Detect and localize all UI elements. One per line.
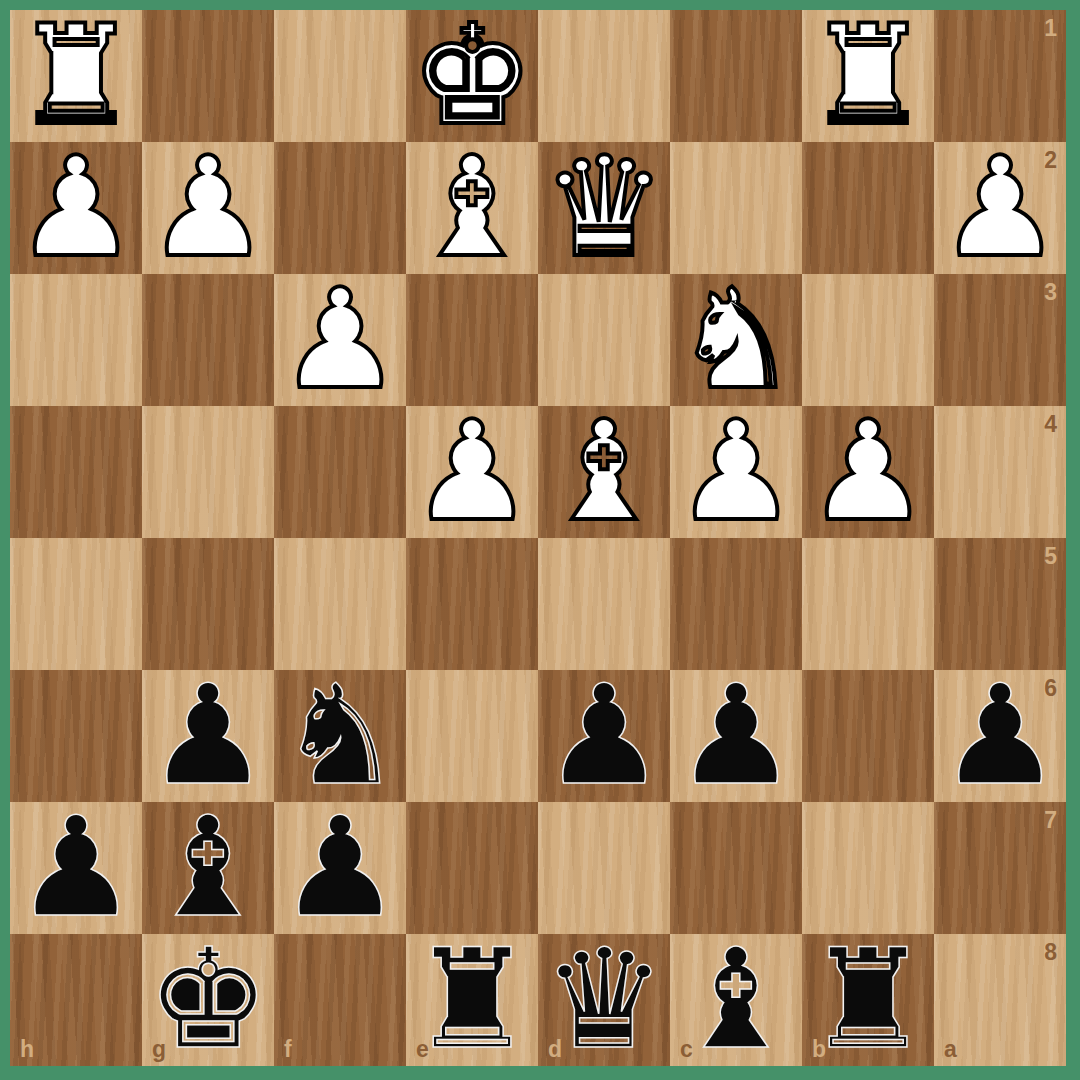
square-a8[interactable]: 8a <box>934 934 1066 1066</box>
square-h1[interactable]: ♜ <box>10 10 142 142</box>
square-h8[interactable]: h <box>10 934 142 1066</box>
white-pawn-piece[interactable]: ♟ <box>806 406 930 538</box>
square-h3[interactable] <box>10 274 142 406</box>
black-pawn-piece[interactable]: ♟ <box>278 802 402 934</box>
square-d3[interactable] <box>538 274 670 406</box>
black-pawn-piece[interactable]: ♟ <box>14 802 138 934</box>
square-g2[interactable]: ♟ <box>142 142 274 274</box>
black-pawn-piece[interactable]: ♟ <box>146 670 270 802</box>
square-e4[interactable]: ♟ <box>406 406 538 538</box>
square-e6[interactable] <box>406 670 538 802</box>
square-e8[interactable]: ♜e <box>406 934 538 1066</box>
white-queen-piece[interactable]: ♛ <box>542 142 666 274</box>
square-a4[interactable]: 4 <box>934 406 1066 538</box>
square-h4[interactable] <box>10 406 142 538</box>
rank-label-1: 1 <box>1044 17 1057 40</box>
square-d1[interactable] <box>538 10 670 142</box>
square-c4[interactable]: ♟ <box>670 406 802 538</box>
square-f8[interactable]: f <box>274 934 406 1066</box>
square-c7[interactable] <box>670 802 802 934</box>
square-h5[interactable] <box>10 538 142 670</box>
square-g4[interactable] <box>142 406 274 538</box>
square-g5[interactable] <box>142 538 274 670</box>
square-b7[interactable] <box>802 802 934 934</box>
square-d4[interactable]: ♝ <box>538 406 670 538</box>
board-frame: { "game": "chess", "board_theme": { "bor… <box>0 0 1080 1080</box>
square-b3[interactable] <box>802 274 934 406</box>
square-b6[interactable] <box>802 670 934 802</box>
white-knight-piece[interactable]: ♞ <box>674 274 798 406</box>
square-e7[interactable] <box>406 802 538 934</box>
rank-label-6: 6 <box>1044 677 1057 700</box>
black-pawn-piece[interactable]: ♟ <box>542 670 666 802</box>
square-g1[interactable] <box>142 10 274 142</box>
file-label-a: a <box>944 1038 957 1061</box>
black-bishop-piece[interactable]: ♝ <box>146 802 270 934</box>
white-pawn-piece[interactable]: ♟ <box>674 406 798 538</box>
square-f4[interactable] <box>274 406 406 538</box>
white-bishop-piece[interactable]: ♝ <box>542 406 666 538</box>
white-pawn-piece[interactable]: ♟ <box>410 406 534 538</box>
square-g7[interactable]: ♝ <box>142 802 274 934</box>
square-d2[interactable]: ♛ <box>538 142 670 274</box>
square-g8[interactable]: ♚g <box>142 934 274 1066</box>
white-pawn-piece[interactable]: ♟ <box>278 274 402 406</box>
square-e5[interactable] <box>406 538 538 670</box>
square-e1[interactable]: ♚ <box>406 10 538 142</box>
square-d7[interactable] <box>538 802 670 934</box>
square-f3[interactable]: ♟ <box>274 274 406 406</box>
file-label-g: g <box>152 1038 166 1061</box>
square-c5[interactable] <box>670 538 802 670</box>
square-c2[interactable] <box>670 142 802 274</box>
square-d5[interactable] <box>538 538 670 670</box>
file-label-e: e <box>416 1038 429 1061</box>
white-rook-piece[interactable]: ♜ <box>806 10 930 142</box>
square-a6[interactable]: ♟6 <box>934 670 1066 802</box>
rank-label-7: 7 <box>1044 809 1057 832</box>
rank-label-2: 2 <box>1044 149 1057 172</box>
rank-label-4: 4 <box>1044 413 1057 436</box>
square-c8[interactable]: ♝c <box>670 934 802 1066</box>
rank-label-5: 5 <box>1044 545 1057 568</box>
square-b1[interactable]: ♜ <box>802 10 934 142</box>
white-bishop-piece[interactable]: ♝ <box>410 142 534 274</box>
square-a5[interactable]: 5 <box>934 538 1066 670</box>
square-h6[interactable] <box>10 670 142 802</box>
square-f5[interactable] <box>274 538 406 670</box>
square-a7[interactable]: 7 <box>934 802 1066 934</box>
square-c6[interactable]: ♟ <box>670 670 802 802</box>
chess-board: ♜♚♜1♟♟♝♛♟2♟♞3♟♝♟♟45♟♞♟♟♟6♟♝♟7h♚gf♜e♛d♝c♜… <box>10 10 1066 1066</box>
file-label-c: c <box>680 1038 693 1061</box>
square-a3[interactable]: 3 <box>934 274 1066 406</box>
square-h7[interactable]: ♟ <box>10 802 142 934</box>
square-g6[interactable]: ♟ <box>142 670 274 802</box>
square-f1[interactable] <box>274 10 406 142</box>
file-label-f: f <box>284 1038 292 1061</box>
square-d8[interactable]: ♛d <box>538 934 670 1066</box>
square-a2[interactable]: ♟2 <box>934 142 1066 274</box>
square-c1[interactable] <box>670 10 802 142</box>
white-king-piece[interactable]: ♚ <box>410 10 534 142</box>
square-g3[interactable] <box>142 274 274 406</box>
square-b2[interactable] <box>802 142 934 274</box>
square-f2[interactable] <box>274 142 406 274</box>
square-f6[interactable]: ♞ <box>274 670 406 802</box>
square-d6[interactable]: ♟ <box>538 670 670 802</box>
square-b4[interactable]: ♟ <box>802 406 934 538</box>
square-b8[interactable]: ♜b <box>802 934 934 1066</box>
black-knight-piece[interactable]: ♞ <box>278 670 402 802</box>
square-e3[interactable] <box>406 274 538 406</box>
square-c3[interactable]: ♞ <box>670 274 802 406</box>
rank-label-3: 3 <box>1044 281 1057 304</box>
white-rook-piece[interactable]: ♜ <box>14 10 138 142</box>
square-f7[interactable]: ♟ <box>274 802 406 934</box>
white-pawn-piece[interactable]: ♟ <box>146 142 270 274</box>
file-label-b: b <box>812 1038 826 1061</box>
file-label-h: h <box>20 1038 34 1061</box>
square-e2[interactable]: ♝ <box>406 142 538 274</box>
square-h2[interactable]: ♟ <box>10 142 142 274</box>
black-pawn-piece[interactable]: ♟ <box>674 670 798 802</box>
white-pawn-piece[interactable]: ♟ <box>14 142 138 274</box>
file-label-d: d <box>548 1038 562 1061</box>
square-b5[interactable] <box>802 538 934 670</box>
rank-label-8: 8 <box>1044 941 1057 964</box>
square-a1[interactable]: 1 <box>934 10 1066 142</box>
